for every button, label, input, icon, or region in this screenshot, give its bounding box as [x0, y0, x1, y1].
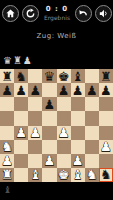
square-b6[interactable] — [14, 97, 28, 111]
square-g2[interactable] — [85, 154, 99, 168]
square-d6[interactable]: ♟ — [42, 97, 56, 111]
square-a6[interactable] — [0, 97, 14, 111]
square-g8[interactable] — [85, 69, 99, 83]
square-g5[interactable] — [85, 111, 99, 125]
square-d3[interactable] — [42, 140, 56, 154]
square-c2[interactable] — [28, 154, 42, 168]
square-b8[interactable]: ♞ — [14, 69, 28, 83]
square-b4[interactable]: ♟ — [14, 126, 28, 140]
square-h2[interactable] — [99, 154, 113, 168]
white-rook: ♜ — [1, 168, 13, 181]
captured-white-queen: ♛ — [3, 56, 12, 66]
black-pawn: ♟ — [58, 84, 70, 97]
square-b3[interactable] — [14, 140, 28, 154]
square-g7[interactable]: ♟ — [85, 83, 99, 97]
score-box: 0 : 0 Ergebnis — [42, 6, 72, 21]
square-a1[interactable]: ♜ — [0, 168, 14, 182]
captured-black-bishop: ♝ — [3, 185, 12, 195]
captured-white-pieces-tray: ♛♜♟ — [3, 56, 32, 66]
undo-icon — [78, 8, 89, 19]
square-h6[interactable] — [99, 97, 113, 111]
square-c3[interactable] — [28, 140, 42, 154]
black-pawn: ♟ — [44, 98, 56, 111]
black-pawn: ♟ — [1, 84, 13, 97]
square-f6[interactable] — [71, 97, 85, 111]
black-queen: ♛ — [44, 70, 56, 83]
white-pawn: ♟ — [44, 154, 56, 167]
white-pawn: ♟ — [58, 126, 70, 139]
square-e4[interactable]: ♟ — [57, 126, 71, 140]
new-game-button[interactable] — [22, 5, 39, 22]
captured-black-pieces-tray: ♝ — [3, 185, 12, 195]
black-knight: ♞ — [100, 168, 112, 181]
square-a4[interactable] — [0, 126, 14, 140]
square-f5[interactable] — [71, 111, 85, 125]
white-pawn: ♟ — [15, 126, 27, 139]
chess-app: 0 : 0 Ergebnis Zug: Weiß ♛♜♟ ♜♞♛♚♝♜♟♟♟♟♟… — [0, 0, 113, 200]
square-h8[interactable]: ♜ — [99, 69, 113, 83]
captured-white-pawn: ♟ — [23, 56, 32, 66]
volume-button[interactable] — [95, 5, 112, 22]
square-d1[interactable] — [42, 168, 56, 182]
white-pawn: ♟ — [29, 126, 41, 139]
chess-board: ♜♞♛♚♝♜♟♟♟♟♟♟♟♟♟♟♟♞♟♟♟♟♜♝♚♝♞♞ — [0, 69, 113, 182]
square-c8[interactable] — [28, 69, 42, 83]
square-g3[interactable] — [85, 140, 99, 154]
top-toolbar: 0 : 0 Ergebnis — [2, 5, 112, 22]
home-icon — [5, 8, 16, 19]
square-a5[interactable] — [0, 111, 14, 125]
square-c7[interactable]: ♟ — [28, 83, 42, 97]
square-f7[interactable]: ♟ — [71, 83, 85, 97]
black-bishop: ♝ — [72, 70, 84, 83]
square-h3[interactable]: ♟ — [99, 140, 113, 154]
square-e1[interactable]: ♚ — [57, 168, 71, 182]
black-rook: ♜ — [100, 70, 112, 83]
square-f4[interactable] — [71, 126, 85, 140]
volume-icon — [98, 8, 109, 19]
white-bishop: ♝ — [29, 168, 41, 181]
square-g4[interactable] — [85, 126, 99, 140]
square-b5[interactable] — [14, 111, 28, 125]
square-e7[interactable]: ♟ — [57, 83, 71, 97]
white-king: ♚ — [58, 168, 70, 181]
white-knight: ♞ — [1, 140, 13, 153]
square-f8[interactable]: ♝ — [71, 69, 85, 83]
black-pawn: ♟ — [29, 84, 41, 97]
score: 0 : 0 — [42, 6, 72, 13]
black-pawn: ♟ — [100, 84, 112, 97]
square-e2[interactable] — [57, 154, 71, 168]
home-button[interactable] — [2, 5, 19, 22]
white-pawn: ♟ — [100, 140, 112, 153]
square-e3[interactable] — [57, 140, 71, 154]
square-f1[interactable]: ♝ — [71, 168, 85, 182]
square-c1[interactable]: ♝ — [28, 168, 42, 182]
black-pawn: ♟ — [72, 84, 84, 97]
square-a2[interactable]: ♟ — [0, 154, 14, 168]
square-g6[interactable] — [85, 97, 99, 111]
black-rook: ♜ — [1, 70, 13, 83]
square-f2[interactable]: ♟ — [71, 154, 85, 168]
captured-white-rook: ♜ — [13, 56, 22, 66]
square-c6[interactable] — [28, 97, 42, 111]
square-d8[interactable]: ♛ — [42, 69, 56, 83]
white-bishop: ♝ — [72, 168, 84, 181]
square-g1[interactable]: ♞ — [85, 168, 99, 182]
black-knight: ♞ — [15, 70, 27, 83]
black-pawn: ♟ — [15, 84, 27, 97]
square-a7[interactable]: ♟ — [0, 83, 14, 97]
white-pawn: ♟ — [72, 154, 84, 167]
square-a8[interactable]: ♜ — [0, 69, 14, 83]
square-e5[interactable] — [57, 111, 71, 125]
square-d5[interactable] — [42, 111, 56, 125]
square-b2[interactable] — [14, 154, 28, 168]
square-f3[interactable] — [71, 140, 85, 154]
square-b7[interactable]: ♟ — [14, 83, 28, 97]
square-c4[interactable]: ♟ — [28, 126, 42, 140]
new-game-icon — [25, 8, 36, 19]
square-e6[interactable] — [57, 97, 71, 111]
turn-indicator: Zug: Weiß — [0, 32, 113, 40]
white-pawn: ♟ — [1, 154, 13, 167]
score-label: Ergebnis — [42, 15, 72, 21]
square-b1[interactable] — [14, 168, 28, 182]
square-h5[interactable] — [99, 111, 113, 125]
black-pawn: ♟ — [86, 84, 98, 97]
square-d2[interactable]: ♟ — [42, 154, 56, 168]
undo-button[interactable] — [75, 5, 92, 22]
black-king: ♚ — [58, 70, 70, 83]
square-a3[interactable]: ♞ — [0, 140, 14, 154]
square-h7[interactable]: ♟ — [99, 83, 113, 97]
square-h4[interactable] — [99, 126, 113, 140]
square-e8[interactable]: ♚ — [57, 69, 71, 83]
square-h1[interactable]: ♞ — [99, 168, 113, 182]
square-c5[interactable] — [28, 111, 42, 125]
square-d4[interactable] — [42, 126, 56, 140]
square-d7[interactable] — [42, 83, 56, 97]
white-knight: ♞ — [86, 168, 98, 181]
